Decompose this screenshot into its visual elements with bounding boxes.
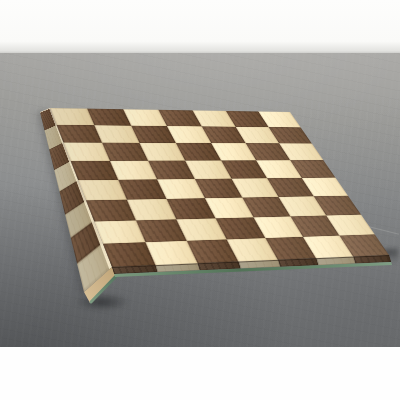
chessboard — [0, 0, 400, 400]
photo-scene — [0, 0, 400, 400]
bottom-white-band — [0, 347, 400, 400]
